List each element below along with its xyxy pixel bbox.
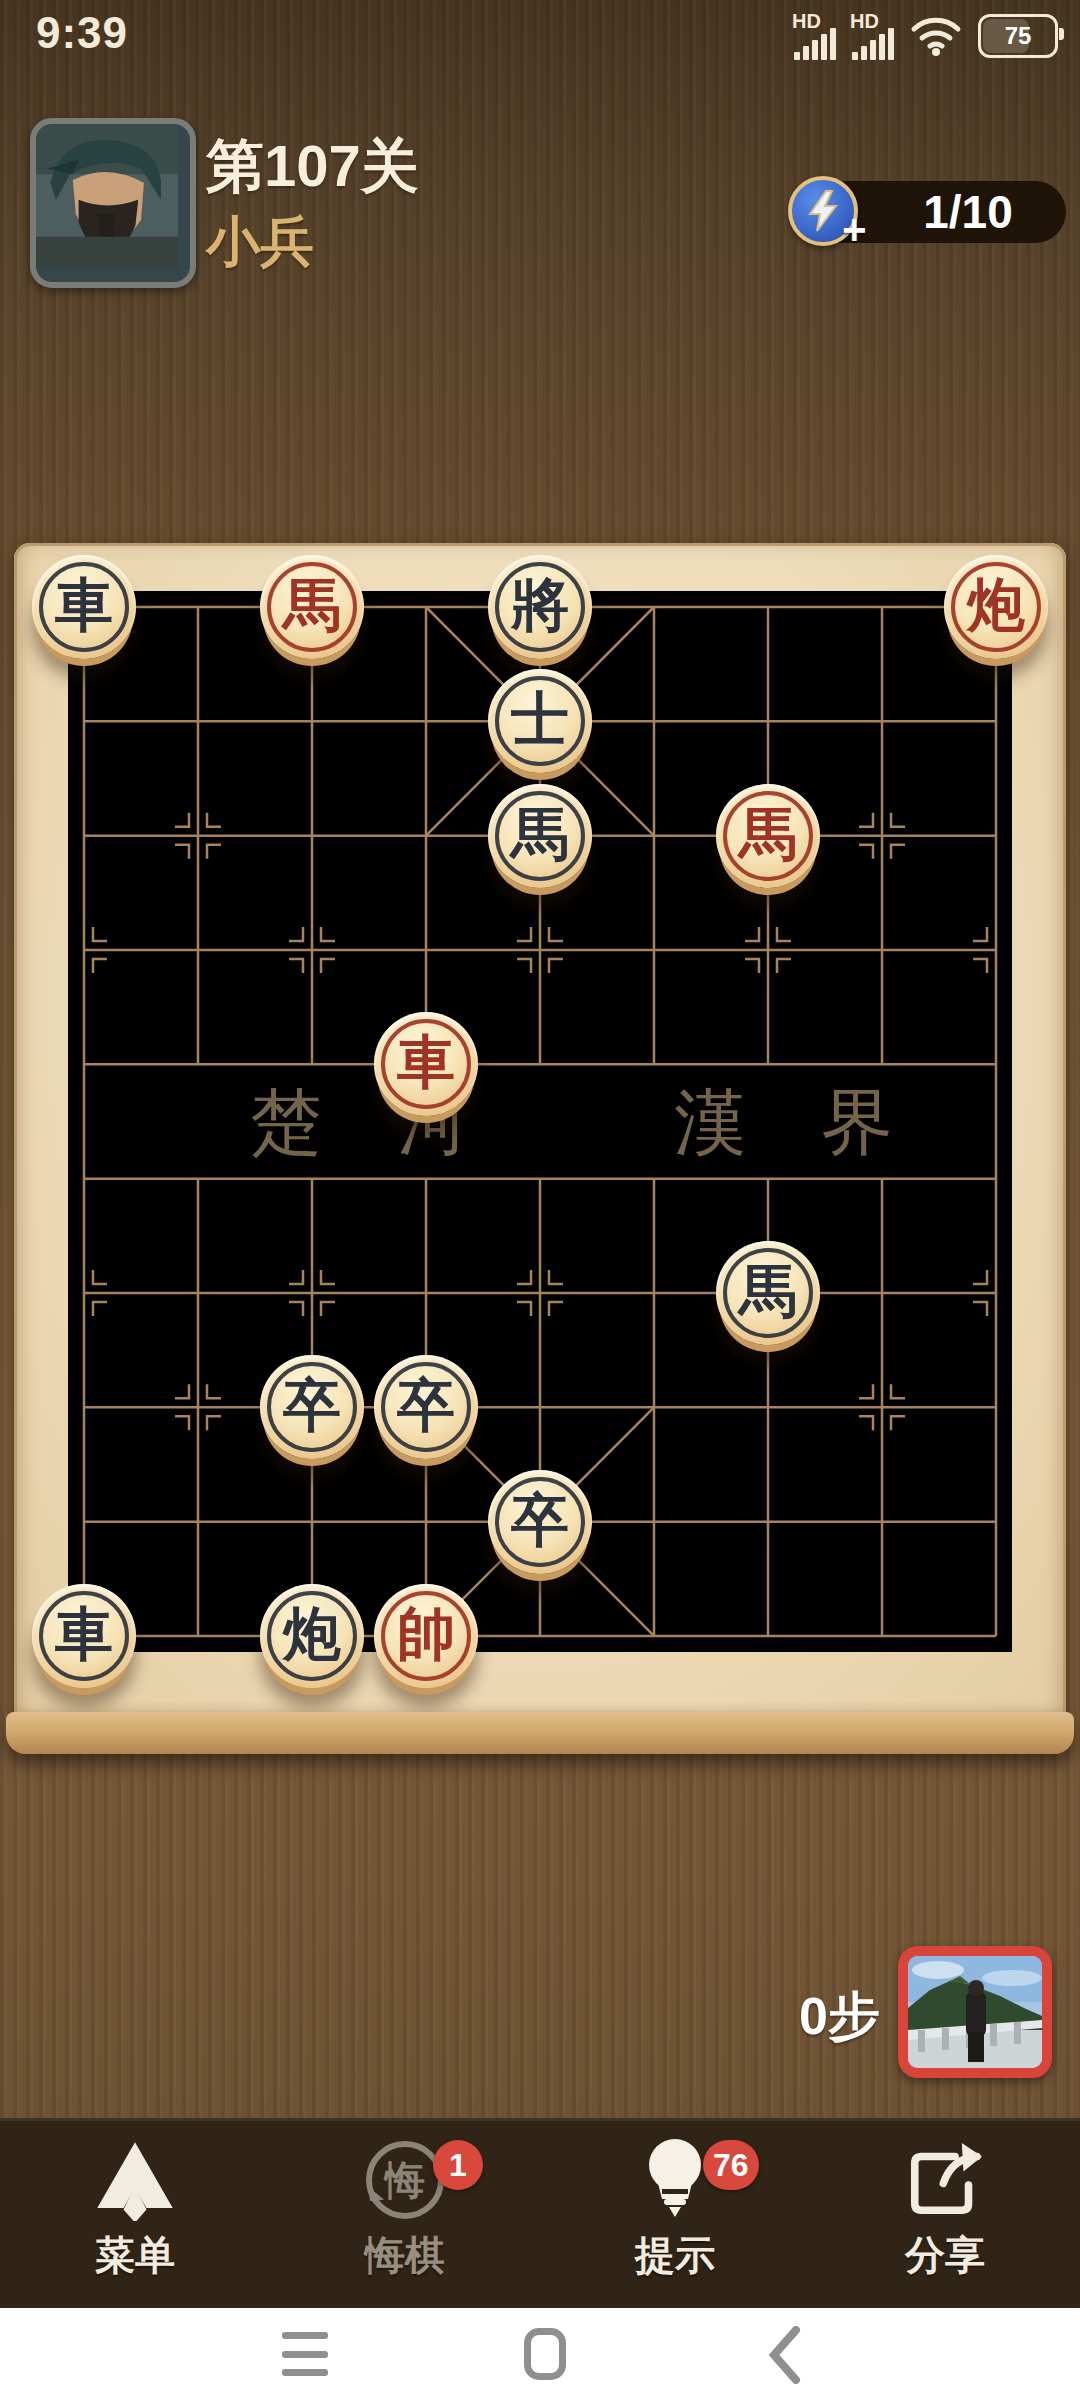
xiangqi-piece-red[interactable]: 馬 [716,784,820,888]
xiangqi-piece-black[interactable]: 車 [32,555,136,659]
energy-count: 1/10 [923,185,1013,239]
nav-share-label: 分享 [905,2228,985,2283]
photo [908,1956,1042,2068]
wifi-icon [910,15,962,57]
board-edge [6,1712,1074,1754]
xiangqi-piece-red[interactable]: 馬 [260,555,364,659]
nav-share-button[interactable]: 分享 [810,2118,1080,2308]
bottom-nav: 菜单 悔 1 悔棋 76 提示 [0,2118,1080,2308]
nav-menu-label: 菜单 [95,2228,175,2283]
level-title: 第107关 [206,128,419,206]
rank-label: 小兵 [206,206,314,279]
signal-icon: HD [852,12,894,60]
photo-thumbnail[interactable] [898,1946,1052,2078]
xiangqi-board[interactable]: 楚 河 漢 界 車馬將炮士馬馬車馬卒卒卒車炮帥 [14,543,1066,1718]
back-icon[interactable] [764,2326,804,2384]
xiangqi-piece-red[interactable]: 帥 [374,1584,478,1688]
share-icon [903,2132,987,2228]
status-bar: 9:39 HD HD 75 [0,0,1080,70]
xiangqi-piece-black[interactable]: 馬 [716,1241,820,1345]
general-portrait [36,124,178,270]
nav-menu-button[interactable]: 菜单 [0,2118,270,2308]
xiangqi-piece-black[interactable]: 卒 [488,1470,592,1574]
badge: 1 [433,2140,483,2190]
badge: 76 [703,2140,759,2190]
nav-hint-label: 提示 [635,2228,715,2283]
xiangqi-piece-black[interactable]: 炮 [260,1584,364,1688]
xiangqi-piece-red[interactable]: 炮 [944,555,1048,659]
pieces-layer: 車馬將炮士馬馬車馬卒卒卒車炮帥 [14,543,1066,1718]
recent-apps-icon[interactable] [282,2332,328,2376]
nav-undo-button[interactable]: 悔 1 悔棋 [270,2118,540,2308]
nav-undo-label: 悔棋 [365,2228,445,2283]
menu-icon [92,2132,178,2228]
signal-icon: HD [794,12,836,60]
app-screen: 9:39 HD HD 75 [0,0,1080,2400]
lightbulb-icon: 76 [644,2132,706,2228]
xiangqi-piece-red[interactable]: 車 [374,1012,478,1116]
battery-icon: 75 [978,14,1058,58]
xiangqi-piece-black[interactable]: 卒 [260,1355,364,1459]
status-icons: HD HD 75 [794,14,1058,58]
xiangqi-piece-black[interactable]: 士 [488,669,592,773]
avatar[interactable] [30,118,196,288]
clock: 9:39 [36,8,128,58]
energy-plus-icon: + [842,206,867,254]
xiangqi-piece-black[interactable]: 車 [32,1584,136,1688]
android-nav-bar [0,2308,1080,2400]
nav-hint-button[interactable]: 76 提示 [540,2118,810,2308]
xiangqi-piece-black[interactable]: 將 [488,555,592,659]
xiangqi-piece-black[interactable]: 馬 [488,784,592,888]
xiangqi-piece-black[interactable]: 卒 [374,1355,478,1459]
undo-icon: 悔 1 [366,2132,444,2228]
move-counter: 0步 [760,1982,880,2052]
home-icon[interactable] [524,2328,566,2380]
